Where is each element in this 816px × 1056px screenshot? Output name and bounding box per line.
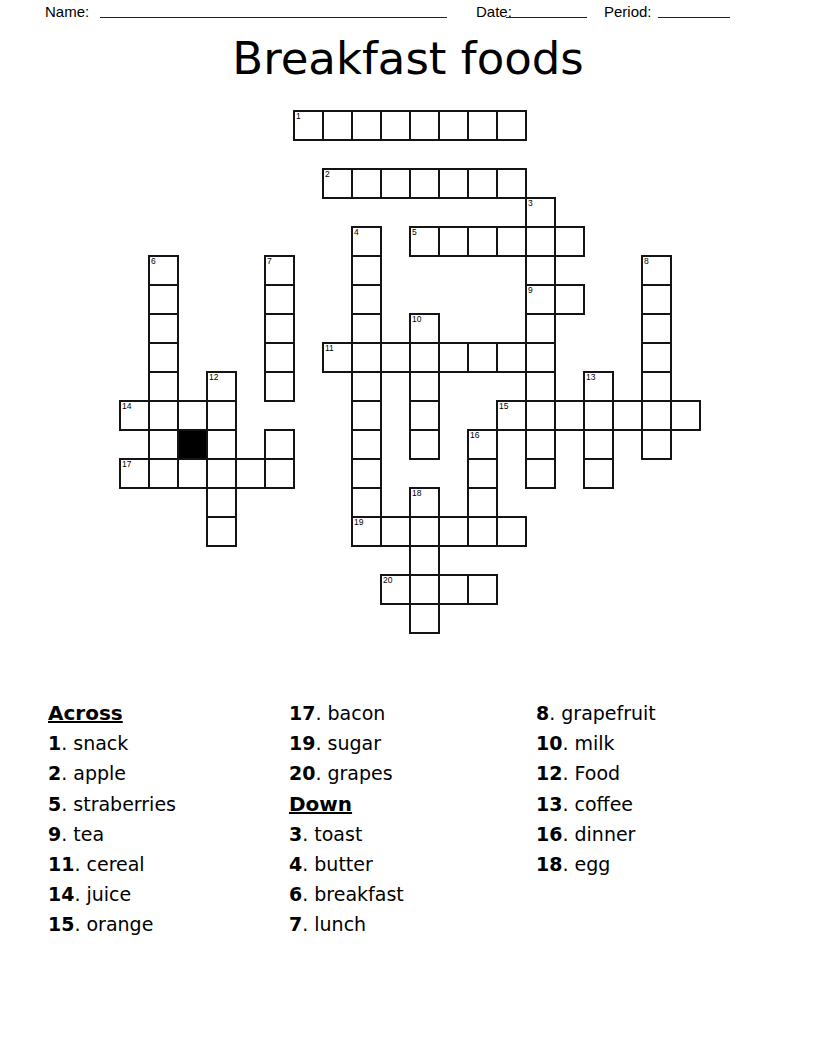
name-blank-line[interactable] bbox=[100, 3, 447, 18]
grid-cell[interactable] bbox=[467, 574, 498, 605]
clue-number: 14 bbox=[122, 402, 131, 411]
clue-item-text: grapefruit bbox=[561, 702, 656, 724]
clue-number: 2 bbox=[325, 170, 330, 179]
grid-cell[interactable] bbox=[264, 284, 295, 315]
clue-number: 17 bbox=[122, 460, 131, 469]
date-blank-line[interactable] bbox=[506, 3, 587, 18]
grid-cell[interactable] bbox=[525, 255, 556, 286]
clue-number: 12 bbox=[209, 373, 218, 382]
grid-cell[interactable] bbox=[351, 110, 382, 141]
clue-number: 11 bbox=[325, 344, 334, 353]
grid-cell[interactable] bbox=[554, 284, 585, 315]
grid-cell[interactable] bbox=[409, 371, 440, 402]
grid-cell[interactable] bbox=[438, 516, 469, 547]
grid-cell[interactable] bbox=[525, 226, 556, 257]
grid-cell[interactable] bbox=[409, 516, 440, 547]
grid-cell[interactable] bbox=[206, 400, 237, 431]
grid-cell[interactable] bbox=[641, 284, 672, 315]
grid-cell[interactable] bbox=[380, 342, 411, 373]
clue-number: 13 bbox=[586, 373, 595, 382]
grid-cell[interactable] bbox=[554, 400, 585, 431]
clue-column-middle: 17.bacon19.sugar20.grapesDown3.toast4.bu… bbox=[289, 698, 404, 940]
clue-item-dot: . bbox=[562, 793, 568, 815]
grid-cell[interactable] bbox=[467, 342, 498, 373]
grid-cell[interactable] bbox=[148, 342, 179, 373]
clue-item-dot: . bbox=[302, 883, 308, 905]
clue-heading-row: Across bbox=[48, 698, 176, 728]
grid-cell[interactable] bbox=[409, 110, 440, 141]
grid-cell[interactable] bbox=[525, 342, 556, 373]
clue-item-dot: . bbox=[315, 702, 321, 724]
worksheet-page: Name: Date: Period: Breakfast foods 1234… bbox=[0, 0, 816, 1056]
clue-number: 19 bbox=[354, 518, 363, 527]
grid-cell[interactable] bbox=[583, 429, 614, 460]
black-cell bbox=[177, 429, 208, 460]
grid-cell[interactable] bbox=[264, 371, 295, 402]
clue-item-dot: . bbox=[61, 793, 67, 815]
clue-item-number: 16 bbox=[536, 823, 562, 845]
clue-item: 9.tea bbox=[48, 819, 176, 849]
clue-item: 2.apple bbox=[48, 758, 176, 788]
clue-item: 3.toast bbox=[289, 819, 404, 849]
clue-item-text: orange bbox=[87, 913, 154, 935]
grid-cell[interactable] bbox=[235, 458, 266, 489]
clue-item-dot: . bbox=[315, 732, 321, 754]
grid-cell[interactable] bbox=[409, 342, 440, 373]
clue-item-text: egg bbox=[575, 853, 611, 875]
grid-cell[interactable] bbox=[206, 516, 237, 547]
grid-cell[interactable] bbox=[206, 458, 237, 489]
clue-number: 20 bbox=[383, 576, 392, 585]
clue-number: 6 bbox=[151, 257, 156, 266]
clue-item-number: 7 bbox=[289, 913, 302, 935]
grid-cell[interactable] bbox=[380, 168, 411, 199]
clue-item-dot: . bbox=[302, 913, 308, 935]
clue-number: 10 bbox=[412, 315, 421, 324]
grid-cell[interactable] bbox=[525, 429, 556, 460]
clue-item-text: snack bbox=[73, 732, 128, 754]
grid-cell[interactable] bbox=[351, 255, 382, 286]
clue-number: 16 bbox=[470, 431, 479, 440]
grid-cell[interactable] bbox=[148, 313, 179, 344]
grid-cell[interactable] bbox=[380, 516, 411, 547]
clue-item-text: straberries bbox=[73, 793, 176, 815]
grid-cell[interactable] bbox=[467, 110, 498, 141]
period-label: Period: bbox=[604, 3, 652, 20]
grid-cell[interactable] bbox=[525, 458, 556, 489]
clue-item-text: Food bbox=[575, 762, 621, 784]
clue-item: 17.bacon bbox=[289, 698, 404, 728]
grid-cell[interactable] bbox=[641, 342, 672, 373]
grid-cell[interactable] bbox=[351, 313, 382, 344]
grid-cell[interactable] bbox=[641, 429, 672, 460]
clue-item-number: 2 bbox=[48, 762, 61, 784]
clue-item-number: 8 bbox=[536, 702, 549, 724]
clue-item: 1.snack bbox=[48, 728, 176, 758]
clues-section-heading: Across bbox=[48, 701, 123, 725]
clue-item-text: bacon bbox=[328, 702, 386, 724]
clue-item: 20.grapes bbox=[289, 758, 404, 788]
grid-cell[interactable] bbox=[264, 429, 295, 460]
clue-number: 3 bbox=[528, 199, 533, 208]
grid-cell[interactable] bbox=[438, 110, 469, 141]
clue-item-number: 19 bbox=[289, 732, 315, 754]
grid-cell[interactable] bbox=[351, 371, 382, 402]
clue-item: 18.egg bbox=[536, 849, 656, 879]
clue-item-number: 4 bbox=[289, 853, 302, 875]
grid-cell[interactable] bbox=[409, 400, 440, 431]
clue-item: 6.breakfast bbox=[289, 879, 404, 909]
grid-cell[interactable] bbox=[380, 110, 411, 141]
grid-cell[interactable] bbox=[583, 400, 614, 431]
grid-cell[interactable] bbox=[438, 226, 469, 257]
clue-item-dot: . bbox=[74, 853, 80, 875]
crossword-grid: 1234567891011121314151617181920 bbox=[119, 110, 702, 635]
clue-item-number: 10 bbox=[536, 732, 562, 754]
clue-item-dot: . bbox=[562, 853, 568, 875]
clue-item-number: 12 bbox=[536, 762, 562, 784]
clue-item: 5.straberries bbox=[48, 789, 176, 819]
grid-cell[interactable] bbox=[148, 429, 179, 460]
clue-item-text: juice bbox=[87, 883, 132, 905]
clue-number: 8 bbox=[644, 257, 649, 266]
grid-cell[interactable] bbox=[351, 429, 382, 460]
period-blank-line[interactable] bbox=[658, 3, 730, 18]
name-label: Name: bbox=[45, 3, 89, 20]
clue-item: 16.dinner bbox=[536, 819, 656, 849]
grid-cell[interactable] bbox=[467, 226, 498, 257]
clue-item-number: 5 bbox=[48, 793, 61, 815]
grid-cell[interactable] bbox=[264, 458, 295, 489]
grid-cell[interactable] bbox=[641, 371, 672, 402]
grid-cell[interactable] bbox=[641, 400, 672, 431]
clue-item-dot: . bbox=[302, 853, 308, 875]
grid-cell[interactable] bbox=[641, 313, 672, 344]
grid-cell[interactable] bbox=[438, 342, 469, 373]
grid-cell[interactable] bbox=[467, 168, 498, 199]
grid-cell[interactable] bbox=[206, 487, 237, 518]
clue-item-dot: . bbox=[61, 823, 67, 845]
clue-item-text: grapes bbox=[328, 762, 393, 784]
grid-cell[interactable] bbox=[496, 110, 527, 141]
clue-item-number: 15 bbox=[48, 913, 74, 935]
clue-item-dot: . bbox=[74, 913, 80, 935]
grid-cell[interactable] bbox=[583, 458, 614, 489]
clue-number: 7 bbox=[267, 257, 272, 266]
grid-cell[interactable] bbox=[409, 603, 440, 634]
clue-item: 7.lunch bbox=[289, 909, 404, 939]
clue-item-dot: . bbox=[562, 732, 568, 754]
clue-item-number: 14 bbox=[48, 883, 74, 905]
clue-item-dot: . bbox=[562, 823, 568, 845]
grid-cell[interactable] bbox=[467, 516, 498, 547]
grid-cell[interactable] bbox=[409, 168, 440, 199]
clue-item-number: 13 bbox=[536, 793, 562, 815]
clue-item: 8.grapefruit bbox=[536, 698, 656, 728]
clue-item-number: 1 bbox=[48, 732, 61, 754]
clue-item-dot: . bbox=[549, 702, 555, 724]
clue-item-text: dinner bbox=[575, 823, 636, 845]
clue-item-text: butter bbox=[314, 853, 373, 875]
clue-item-text: apple bbox=[73, 762, 126, 784]
clue-item-dot: . bbox=[302, 823, 308, 845]
grid-cell[interactable] bbox=[148, 400, 179, 431]
grid-cell[interactable] bbox=[525, 313, 556, 344]
clue-item-number: 18 bbox=[536, 853, 562, 875]
clue-item: 13.coffee bbox=[536, 789, 656, 819]
clue-item-dot: . bbox=[61, 762, 67, 784]
clue-item: 19.sugar bbox=[289, 728, 404, 758]
grid-cell[interactable] bbox=[467, 487, 498, 518]
grid-cell[interactable] bbox=[148, 284, 179, 315]
grid-cell[interactable] bbox=[496, 168, 527, 199]
clue-item-text: coffee bbox=[575, 793, 634, 815]
clue-number: 15 bbox=[499, 402, 508, 411]
grid-cell[interactable] bbox=[467, 458, 498, 489]
clue-item: 12.Food bbox=[536, 758, 656, 788]
clue-number: 4 bbox=[354, 228, 359, 237]
grid-cell[interactable] bbox=[177, 458, 208, 489]
clue-item-number: 3 bbox=[289, 823, 302, 845]
clue-item-dot: . bbox=[315, 762, 321, 784]
page-title: Breakfast foods bbox=[0, 33, 816, 85]
clue-item-text: milk bbox=[575, 732, 615, 754]
grid-cell[interactable] bbox=[264, 313, 295, 344]
clue-number: 9 bbox=[528, 286, 533, 295]
clue-number: 18 bbox=[412, 489, 421, 498]
clue-item-number: 17 bbox=[289, 702, 315, 724]
clue-number: 1 bbox=[296, 112, 301, 121]
clue-number: 5 bbox=[412, 228, 417, 237]
grid-cell[interactable] bbox=[351, 458, 382, 489]
grid-cell[interactable] bbox=[264, 342, 295, 373]
grid-cell[interactable] bbox=[612, 400, 643, 431]
clue-item: 10.milk bbox=[536, 728, 656, 758]
clue-heading-row: Down bbox=[289, 789, 404, 819]
clue-item-text: toast bbox=[314, 823, 362, 845]
clue-item-text: breakfast bbox=[314, 883, 403, 905]
grid-cell[interactable] bbox=[409, 574, 440, 605]
grid-cell[interactable] bbox=[351, 400, 382, 431]
grid-cell[interactable] bbox=[554, 226, 585, 257]
clue-column-across: Across1.snack2.apple5.straberries9.tea11… bbox=[48, 698, 176, 940]
clue-item-number: 20 bbox=[289, 762, 315, 784]
grid-cell[interactable] bbox=[438, 168, 469, 199]
grid-cell[interactable] bbox=[409, 429, 440, 460]
clue-item: 11.cereal bbox=[48, 849, 176, 879]
clue-item-dot: . bbox=[74, 883, 80, 905]
clue-item: 15.orange bbox=[48, 909, 176, 939]
grid-cell[interactable] bbox=[177, 400, 208, 431]
clue-item: 14.juice bbox=[48, 879, 176, 909]
grid-cell[interactable] bbox=[351, 284, 382, 315]
grid-cell[interactable] bbox=[206, 429, 237, 460]
grid-cell[interactable] bbox=[351, 487, 382, 518]
clue-item: 4.butter bbox=[289, 849, 404, 879]
grid-cell[interactable] bbox=[438, 574, 469, 605]
clue-item-text: cereal bbox=[87, 853, 145, 875]
grid-cell[interactable] bbox=[409, 545, 440, 576]
clue-item-text: sugar bbox=[328, 732, 381, 754]
grid-cell[interactable] bbox=[351, 168, 382, 199]
clue-item-number: 11 bbox=[48, 853, 74, 875]
clue-item-dot: . bbox=[61, 732, 67, 754]
clue-item-text: tea bbox=[73, 823, 104, 845]
grid-cell[interactable] bbox=[525, 371, 556, 402]
grid-cell[interactable] bbox=[322, 110, 353, 141]
clue-item-text: lunch bbox=[314, 913, 366, 935]
clue-column-right: 8.grapefruit10.milk12.Food13.coffee16.di… bbox=[536, 698, 656, 879]
grid-cell[interactable] bbox=[496, 226, 527, 257]
grid-cell[interactable] bbox=[148, 458, 179, 489]
grid-cell[interactable] bbox=[148, 371, 179, 402]
clues-section-heading: Down bbox=[289, 792, 352, 816]
grid-cell[interactable] bbox=[670, 400, 701, 431]
grid-cell[interactable] bbox=[525, 400, 556, 431]
grid-cell[interactable] bbox=[351, 342, 382, 373]
clue-item-number: 9 bbox=[48, 823, 61, 845]
grid-cell[interactable] bbox=[496, 342, 527, 373]
clue-item-number: 6 bbox=[289, 883, 302, 905]
clue-item-dot: . bbox=[562, 762, 568, 784]
grid-cell[interactable] bbox=[496, 516, 527, 547]
